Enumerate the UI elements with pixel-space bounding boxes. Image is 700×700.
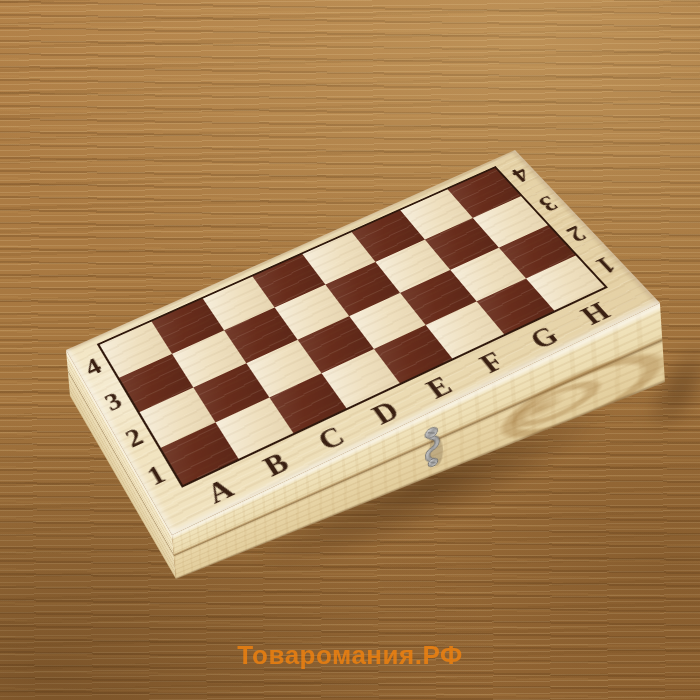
- metal-hook-clasp: [420, 420, 448, 476]
- chess-box-product-photo: 4321 4321 ABCDEFGH Товаромания.РФ: [0, 0, 700, 700]
- watermark-text: Товаромания.РФ: [0, 640, 700, 671]
- clasp-hook-icon: [420, 420, 448, 476]
